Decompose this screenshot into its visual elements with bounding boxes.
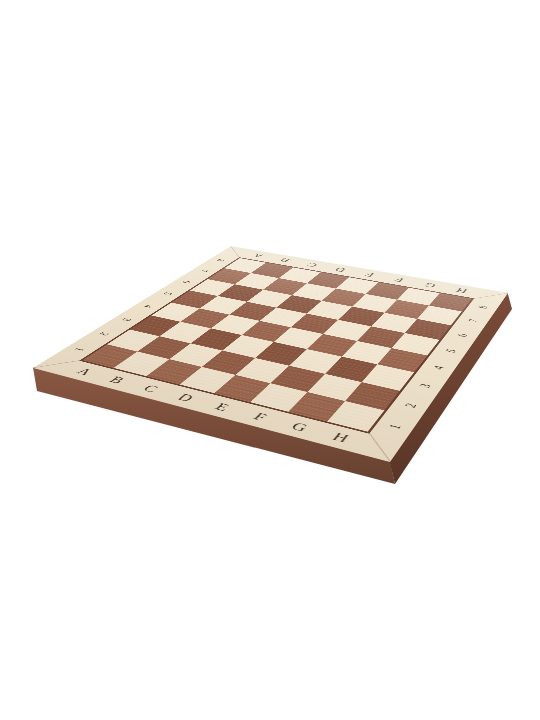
frame-mitre-seam: [474, 293, 508, 299]
chessboard-product-photo: ABCDEFGH ABCDEFGH 87654321 87654321: [0, 0, 540, 720]
